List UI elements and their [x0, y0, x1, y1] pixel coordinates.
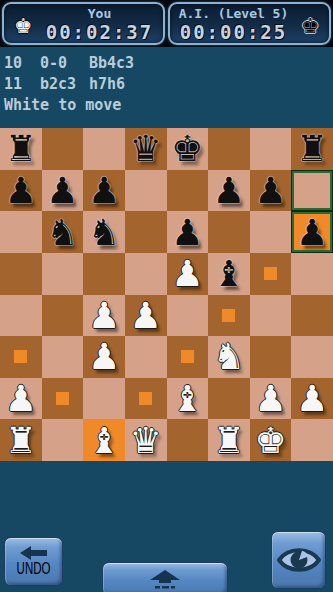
piece-wR: ♜: [213, 420, 245, 461]
black-king-icon: ♚: [294, 7, 326, 40]
square-c7[interactable]: ♟: [83, 170, 125, 212]
square-e3[interactable]: [167, 336, 209, 378]
white-player-panel: ♚ You 00:02:37: [2, 2, 165, 45]
square-b8[interactable]: [42, 128, 84, 170]
piece-wK: ♚: [254, 420, 286, 461]
undo-label: UNDO: [17, 561, 51, 577]
legal-move-dot: [181, 350, 194, 363]
square-c3[interactable]: ♟: [83, 336, 125, 378]
square-h3[interactable]: [291, 336, 333, 378]
square-d1[interactable]: ♛: [125, 419, 167, 461]
white-move: 0-0: [40, 53, 89, 74]
piece-bR: ♜: [5, 128, 37, 169]
square-f2[interactable]: [208, 378, 250, 420]
square-h6[interactable]: ♟: [291, 211, 333, 253]
black-move: h7h6: [89, 74, 329, 95]
square-a2[interactable]: ♟: [0, 378, 42, 420]
square-b2[interactable]: [42, 378, 84, 420]
square-b6[interactable]: ♞: [42, 211, 84, 253]
square-e5[interactable]: ♟: [167, 253, 209, 295]
square-f5[interactable]: ♝: [208, 253, 250, 295]
square-f6[interactable]: [208, 211, 250, 253]
square-a1[interactable]: ♜: [0, 419, 42, 461]
piece-bQ: ♛: [130, 128, 162, 169]
square-d6[interactable]: [125, 211, 167, 253]
piece-bN: ♞: [46, 212, 78, 253]
square-a8[interactable]: ♜: [0, 128, 42, 170]
black-player-name: A.I. (Level 5): [179, 7, 289, 20]
left-arrow-icon: [20, 546, 47, 560]
piece-bP: ♟: [46, 170, 78, 211]
piece-wP: ♟: [130, 295, 162, 336]
square-c1[interactable]: ♝: [83, 419, 125, 461]
square-b1[interactable]: [42, 419, 84, 461]
square-b5[interactable]: [42, 253, 84, 295]
piece-wQ: ♛: [130, 420, 162, 461]
square-g4[interactable]: [250, 295, 292, 337]
square-a3[interactable]: [0, 336, 42, 378]
white-king-icon: ♚: [7, 7, 39, 40]
legal-move-dot: [14, 350, 27, 363]
chess-app-screen: ♚ You 00:02:37 A.I. (Level 5) 00:00:25 ♚…: [0, 0, 333, 592]
eye-icon: [276, 545, 322, 575]
square-g7[interactable]: ♟: [250, 170, 292, 212]
square-c4[interactable]: ♟: [83, 295, 125, 337]
move-number: 10: [4, 53, 40, 74]
piece-bP: ♟: [254, 170, 286, 211]
move-row: 11 b2c3 h7h6: [4, 74, 329, 95]
turn-status: White to move: [4, 95, 329, 116]
square-h1[interactable]: [291, 419, 333, 461]
piece-bP: ♟: [296, 212, 328, 253]
piece-bP: ♟: [171, 212, 203, 253]
square-a6[interactable]: [0, 211, 42, 253]
square-g2[interactable]: ♟: [250, 378, 292, 420]
square-e1[interactable]: [167, 419, 209, 461]
chess-board: ♜♛♚♜♟♟♟♟♟♞♞♟♟♟♝♟♟♟♞♟♝♟♟♜♝♛♜♚: [0, 128, 333, 461]
square-c5[interactable]: [83, 253, 125, 295]
square-d5[interactable]: [125, 253, 167, 295]
square-a4[interactable]: [0, 295, 42, 337]
square-f7[interactable]: ♟: [208, 170, 250, 212]
black-move: Bb4c3: [89, 53, 329, 74]
piece-bB: ♝: [213, 253, 245, 294]
piece-wP: ♟: [254, 378, 286, 419]
piece-wP: ♟: [5, 378, 37, 419]
piece-wP: ♟: [88, 295, 120, 336]
legal-move-dot: [139, 392, 152, 405]
square-g5[interactable]: [250, 253, 292, 295]
legal-move-dot: [222, 309, 235, 322]
square-c6[interactable]: ♞: [83, 211, 125, 253]
square-e4[interactable]: [167, 295, 209, 337]
square-a5[interactable]: [0, 253, 42, 295]
square-a7[interactable]: ♟: [0, 170, 42, 212]
square-e7[interactable]: [167, 170, 209, 212]
forward-button[interactable]: [102, 562, 228, 592]
square-f8[interactable]: [208, 128, 250, 170]
piece-wN: ♞: [213, 336, 245, 377]
square-b3[interactable]: [42, 336, 84, 378]
piece-wB: ♝: [88, 420, 120, 461]
square-c8[interactable]: [83, 128, 125, 170]
piece-wP: ♟: [88, 336, 120, 377]
up-arrow-icon: [147, 570, 183, 589]
square-h8[interactable]: ♜: [291, 128, 333, 170]
square-d7[interactable]: [125, 170, 167, 212]
square-d3[interactable]: [125, 336, 167, 378]
piece-bP: ♟: [213, 170, 245, 211]
piece-wP: ♟: [171, 253, 203, 294]
black-player-panel: A.I. (Level 5) 00:00:25 ♚: [168, 2, 331, 45]
white-player-name: You: [88, 7, 111, 20]
square-b7[interactable]: ♟: [42, 170, 84, 212]
square-d4[interactable]: ♟: [125, 295, 167, 337]
square-e2[interactable]: ♝: [167, 378, 209, 420]
piece-wR: ♜: [5, 420, 37, 461]
white-player-clock: 00:02:37: [46, 23, 154, 42]
piece-wB: ♝: [171, 378, 203, 419]
clock-header: ♚ You 00:02:37 A.I. (Level 5) 00:00:25 ♚: [0, 0, 333, 47]
square-e8[interactable]: ♚: [167, 128, 209, 170]
move-row: 10 0-0 Bb4c3: [4, 53, 329, 74]
square-g1[interactable]: ♚: [250, 419, 292, 461]
square-b4[interactable]: [42, 295, 84, 337]
square-f4[interactable]: [208, 295, 250, 337]
square-h7[interactable]: [291, 170, 333, 212]
square-f1[interactable]: ♜: [208, 419, 250, 461]
square-h4[interactable]: [291, 295, 333, 337]
square-d2[interactable]: [125, 378, 167, 420]
square-g6[interactable]: [250, 211, 292, 253]
white-move: b2c3: [40, 74, 89, 95]
square-f3[interactable]: ♞: [208, 336, 250, 378]
square-e6[interactable]: ♟: [167, 211, 209, 253]
piece-bR: ♜: [296, 128, 328, 169]
square-h5[interactable]: [291, 253, 333, 295]
legal-move-dot: [56, 392, 69, 405]
piece-bP: ♟: [5, 170, 37, 211]
square-h2[interactable]: ♟: [291, 378, 333, 420]
square-d8[interactable]: ♛: [125, 128, 167, 170]
view-button[interactable]: [271, 531, 326, 589]
undo-button[interactable]: UNDO: [4, 537, 63, 586]
square-g3[interactable]: [250, 336, 292, 378]
move-number: 11: [4, 74, 40, 95]
move-list: 10 0-0 Bb4c3 11 b2c3 h7h6 White to move: [4, 53, 329, 116]
black-player-clock: 00:00:25: [180, 23, 288, 42]
piece-bN: ♞: [88, 212, 120, 253]
square-c2[interactable]: [83, 378, 125, 420]
piece-wP: ♟: [296, 378, 328, 419]
legal-move-dot: [264, 267, 277, 280]
piece-bP: ♟: [88, 170, 120, 211]
square-g8[interactable]: [250, 128, 292, 170]
piece-bK: ♚: [171, 128, 203, 169]
